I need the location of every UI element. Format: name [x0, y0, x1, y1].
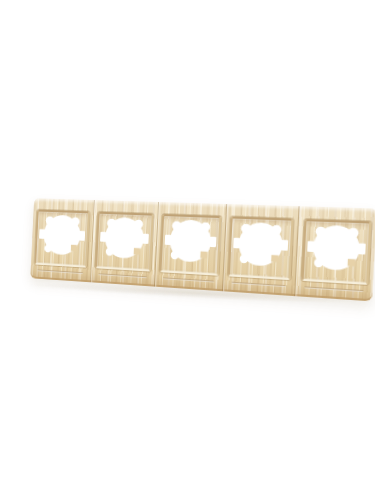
gang-4 — [223, 204, 300, 296]
release-groove — [305, 286, 364, 292]
socket-opening-icon — [232, 220, 289, 274]
gang-3 — [155, 202, 227, 291]
socket-opening-icon — [38, 212, 86, 261]
socket-opening-icon — [306, 222, 367, 278]
socket-opening-icon — [99, 215, 150, 266]
gang-window — [228, 216, 294, 280]
gang-5 — [295, 206, 375, 301]
gang-window — [95, 212, 154, 272]
gang-1 — [30, 198, 95, 282]
release-groove — [163, 277, 214, 282]
gang-window — [159, 214, 221, 276]
release-groove — [99, 273, 147, 278]
gang-window — [301, 219, 371, 285]
socket-opening-icon — [164, 217, 218, 269]
gang-2 — [91, 200, 159, 287]
gang-window — [34, 210, 89, 268]
release-groove — [232, 282, 286, 288]
release-groove — [38, 269, 83, 274]
product-photo — [0, 0, 375, 500]
